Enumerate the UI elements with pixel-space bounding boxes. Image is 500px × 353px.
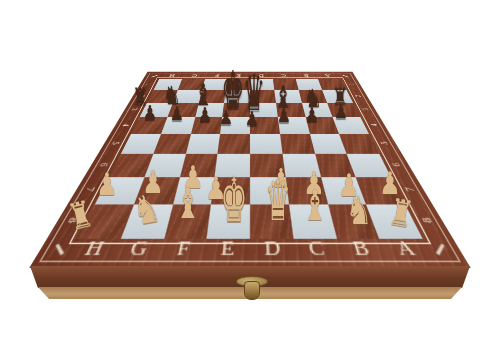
file-label-top-a: A — [316, 73, 340, 77]
piece-light-pawn-h7: ♟ — [96, 169, 118, 200]
square-g5 — [153, 134, 190, 154]
piece-dark-pawn-b2: ♟ — [305, 106, 319, 125]
piece-dark-pawn-f2: ♟ — [198, 106, 212, 125]
file-label-bottom-e: E — [204, 239, 250, 264]
file-label-bottom-g: G — [111, 239, 164, 264]
piece-light-bishop-c8: ♝ — [302, 185, 328, 227]
square-f5 — [185, 134, 220, 154]
piece-dark-pawn-h2: ♟ — [143, 104, 157, 123]
file-label-top-g: G — [183, 73, 207, 77]
piece-light-queen-d8: ♛ — [265, 173, 291, 230]
piece-light-bishop-f8: ♝ — [175, 183, 201, 225]
file-label-top-b: B — [294, 73, 318, 77]
file-label-bottom-d: D — [250, 239, 296, 264]
file-label-top-c: C — [272, 73, 295, 77]
chess-set-photo: Overhead-angle photo of a folding wooden… — [0, 0, 500, 353]
piece-light-knight-b8: ♞ — [346, 191, 373, 230]
brass-clasp-knob — [244, 281, 260, 300]
piece-dark-pawn-e2: ♟ — [219, 109, 233, 128]
square-e5 — [218, 134, 250, 154]
file-label-bottom-c: C — [293, 239, 343, 264]
file-label-bottom-f: F — [157, 239, 207, 264]
piece-dark-pawn-g2: ♟ — [170, 105, 184, 124]
square-d5 — [250, 134, 282, 154]
file-label-top-h: H — [160, 73, 184, 77]
piece-dark-pawn-c2: ♟ — [277, 107, 291, 126]
scene-description: Overhead-angle photo of a folding wooden… — [0, 0, 1, 1]
piece-dark-pawn-d2: ♟ — [245, 110, 259, 129]
piece-dark-pawn-a2: ♟ — [334, 103, 348, 122]
piece-light-king-e8: ♚ — [221, 170, 248, 232]
